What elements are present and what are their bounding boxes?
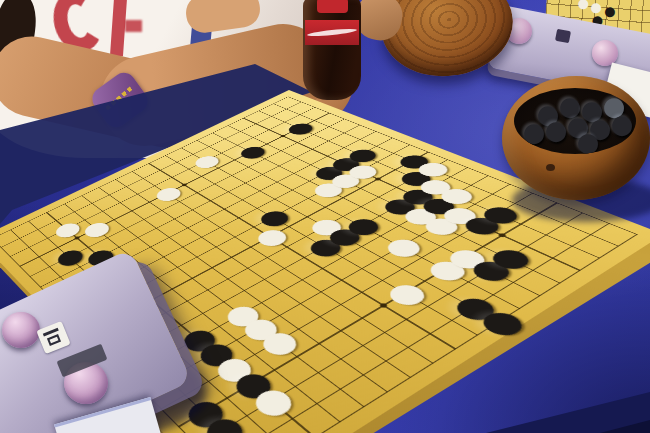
neighbor-black-stone: ● bbox=[604, 4, 617, 17]
bowl-black-stone: ● bbox=[522, 122, 546, 142]
cola-bottle bbox=[303, 0, 361, 100]
cola-bottle-label bbox=[305, 20, 359, 45]
neighbor-white-stone: ● bbox=[577, 0, 590, 9]
shirt-red-letter-stroke bbox=[125, 20, 142, 32]
far-clock-logo bbox=[555, 29, 571, 43]
stone-white: ● bbox=[81, 220, 110, 238]
stone-black: ● bbox=[236, 145, 266, 160]
bowl-black-stone: ● bbox=[610, 114, 634, 134]
bowl-black-stone: ● bbox=[576, 132, 600, 152]
bowl-of-black-stones: ●●●●●●●●●● bbox=[502, 76, 650, 200]
stone-white: ● bbox=[191, 154, 220, 169]
cola-label-swoosh bbox=[307, 27, 357, 37]
neighbor-white-stone: ● bbox=[590, 0, 603, 13]
sticker-mark bbox=[47, 334, 61, 346]
photo-go-tournament: ● ● ● ● ♥ ●●●●●●●●●●●●●●●●●●●●●●●●●●●●●●… bbox=[0, 0, 650, 433]
bowl-opening: ●●●●●●●●●● bbox=[514, 88, 636, 154]
stone-black: ● bbox=[284, 121, 314, 135]
far-clock-button bbox=[592, 40, 618, 66]
clock-button-left bbox=[2, 312, 40, 348]
wood-knot bbox=[546, 164, 555, 171]
bowl-black-stone: ● bbox=[544, 120, 568, 140]
stone-white: ● bbox=[152, 185, 181, 201]
cola-bottle-cap bbox=[317, 0, 348, 13]
